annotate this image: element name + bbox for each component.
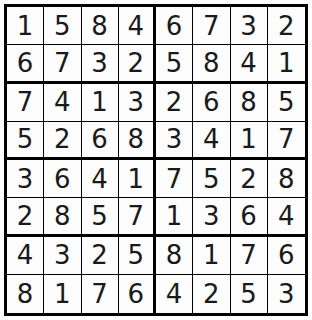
cell-r1c5[interactable]: 6 xyxy=(156,7,193,45)
cell-r8c6[interactable]: 2 xyxy=(193,275,230,313)
cell-r1c3[interactable]: 8 xyxy=(82,7,119,45)
sudoku-board: 1584673267325841741326855268341736417528… xyxy=(4,4,308,316)
cell-r2c3[interactable]: 3 xyxy=(82,45,119,83)
cell-r5c2[interactable]: 6 xyxy=(44,160,81,198)
cell-r6c6[interactable]: 3 xyxy=(193,198,230,236)
cell-r7c6[interactable]: 1 xyxy=(193,237,230,275)
cell-r3c3[interactable]: 1 xyxy=(82,84,119,122)
cell-r5c3[interactable]: 4 xyxy=(82,160,119,198)
cell-r6c1[interactable]: 2 xyxy=(7,198,44,236)
cell-r2c4[interactable]: 2 xyxy=(119,45,156,83)
cell-r2c6[interactable]: 8 xyxy=(193,45,230,83)
cell-r2c5[interactable]: 5 xyxy=(156,45,193,83)
cell-r3c5[interactable]: 2 xyxy=(156,84,193,122)
cell-r5c4[interactable]: 1 xyxy=(119,160,156,198)
cell-r3c8[interactable]: 5 xyxy=(268,84,305,122)
cell-r4c8[interactable]: 7 xyxy=(268,122,305,160)
cell-r8c1[interactable]: 8 xyxy=(7,275,44,313)
cell-r6c3[interactable]: 5 xyxy=(82,198,119,236)
cell-r2c2[interactable]: 7 xyxy=(44,45,81,83)
cell-r4c2[interactable]: 2 xyxy=(44,122,81,160)
cell-r7c2[interactable]: 3 xyxy=(44,237,81,275)
cell-r1c8[interactable]: 2 xyxy=(268,7,305,45)
cell-r3c6[interactable]: 6 xyxy=(193,84,230,122)
cell-r8c8[interactable]: 3 xyxy=(268,275,305,313)
cell-r6c8[interactable]: 4 xyxy=(268,198,305,236)
cell-r4c7[interactable]: 1 xyxy=(231,122,268,160)
cell-r4c4[interactable]: 8 xyxy=(119,122,156,160)
cell-r6c4[interactable]: 7 xyxy=(119,198,156,236)
cell-r2c1[interactable]: 6 xyxy=(7,45,44,83)
cell-r8c2[interactable]: 1 xyxy=(44,275,81,313)
cell-r1c2[interactable]: 5 xyxy=(44,7,81,45)
cell-r7c7[interactable]: 7 xyxy=(231,237,268,275)
cell-r5c5[interactable]: 7 xyxy=(156,160,193,198)
cell-r1c4[interactable]: 4 xyxy=(119,7,156,45)
cell-r3c1[interactable]: 7 xyxy=(7,84,44,122)
sudoku-page: 1584673267325841741326855268341736417528… xyxy=(0,0,312,320)
cell-r5c8[interactable]: 8 xyxy=(268,160,305,198)
cell-r1c6[interactable]: 7 xyxy=(193,7,230,45)
cell-r8c7[interactable]: 5 xyxy=(231,275,268,313)
cell-r7c1[interactable]: 4 xyxy=(7,237,44,275)
cell-r3c2[interactable]: 4 xyxy=(44,84,81,122)
cell-r6c5[interactable]: 1 xyxy=(156,198,193,236)
cell-r8c5[interactable]: 4 xyxy=(156,275,193,313)
cell-r6c7[interactable]: 6 xyxy=(231,198,268,236)
cell-r8c4[interactable]: 6 xyxy=(119,275,156,313)
cell-r5c7[interactable]: 2 xyxy=(231,160,268,198)
cell-r6c2[interactable]: 8 xyxy=(44,198,81,236)
cell-r7c3[interactable]: 2 xyxy=(82,237,119,275)
cell-r7c4[interactable]: 5 xyxy=(119,237,156,275)
cell-r4c5[interactable]: 3 xyxy=(156,122,193,160)
cell-r5c1[interactable]: 3 xyxy=(7,160,44,198)
cell-r4c6[interactable]: 4 xyxy=(193,122,230,160)
cell-r5c6[interactable]: 5 xyxy=(193,160,230,198)
cell-r2c7[interactable]: 4 xyxy=(231,45,268,83)
cell-r8c3[interactable]: 7 xyxy=(82,275,119,313)
cell-r4c3[interactable]: 6 xyxy=(82,122,119,160)
cell-r4c1[interactable]: 5 xyxy=(7,122,44,160)
cell-r1c7[interactable]: 3 xyxy=(231,7,268,45)
cell-r3c7[interactable]: 8 xyxy=(231,84,268,122)
cell-r7c5[interactable]: 8 xyxy=(156,237,193,275)
cell-r3c4[interactable]: 3 xyxy=(119,84,156,122)
cell-r1c1[interactable]: 1 xyxy=(7,7,44,45)
cell-r2c8[interactable]: 1 xyxy=(268,45,305,83)
cell-r7c8[interactable]: 6 xyxy=(268,237,305,275)
